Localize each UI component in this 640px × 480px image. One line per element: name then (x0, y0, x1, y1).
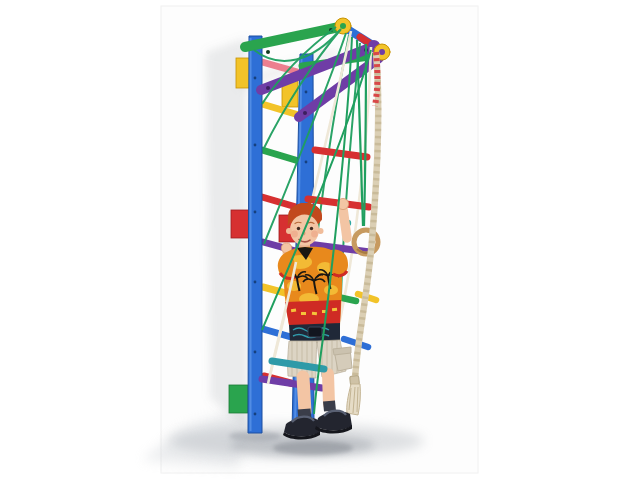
mount-block-red-left (231, 210, 249, 238)
boy-left-leg (303, 377, 305, 412)
boy-right-leg (328, 374, 329, 404)
boy-belt-buckle (308, 327, 322, 337)
boy-cheek-right (311, 231, 318, 238)
boy-eye-right (310, 227, 313, 230)
boy-right-sock (329, 401, 330, 411)
product-photo-canvas (0, 0, 640, 480)
boy-ear-right (318, 228, 324, 234)
gym-wall-scene (0, 0, 640, 480)
boy-cargo-pocket-flap (333, 347, 351, 355)
boy-ear-left (286, 228, 292, 234)
boy-right-forearm (343, 209, 347, 238)
bar-coupling-red (360, 37, 369, 43)
pulley-hub-right (379, 49, 385, 55)
mount-block-green-left (229, 385, 248, 413)
boy-cheek-left (291, 231, 298, 238)
boy-eye-left (297, 227, 300, 230)
pulley-hub-left (340, 23, 346, 29)
